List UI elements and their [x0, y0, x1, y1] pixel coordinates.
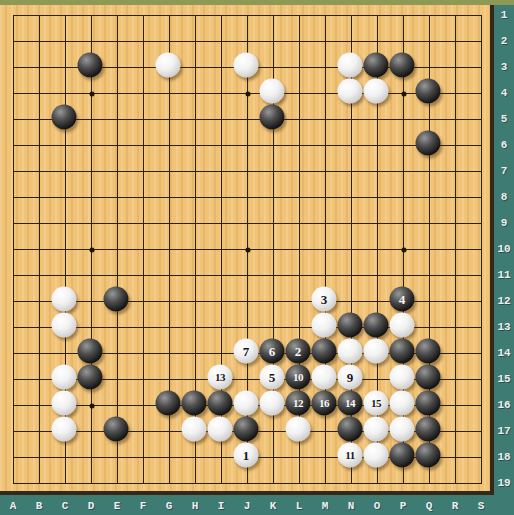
stone-O16[interactable]: 15	[364, 391, 389, 416]
column-label-Q: Q	[426, 500, 433, 512]
stone-I15[interactable]: 13	[208, 365, 233, 390]
stone-L15[interactable]: 10	[286, 365, 311, 390]
stone-O4[interactable]	[364, 79, 389, 104]
stone-P13[interactable]	[390, 313, 415, 338]
move-number: 6	[269, 345, 276, 358]
stone-N15[interactable]: 9	[338, 365, 363, 390]
stone-J3[interactable]	[234, 53, 259, 78]
stone-N14[interactable]	[338, 339, 363, 364]
stone-L14[interactable]: 2	[286, 339, 311, 364]
column-label-N: N	[348, 500, 355, 512]
stone-M16[interactable]: 16	[312, 391, 337, 416]
stone-G16[interactable]	[156, 391, 181, 416]
stone-D3[interactable]	[78, 53, 103, 78]
grid-line-vertical	[481, 15, 482, 484]
stone-G3[interactable]	[156, 53, 181, 78]
stone-Q17[interactable]	[416, 417, 441, 442]
column-label-J: J	[244, 500, 251, 512]
stone-K5[interactable]	[260, 105, 285, 130]
stone-O13[interactable]	[364, 313, 389, 338]
grid-line-horizontal	[13, 483, 482, 484]
move-number: 4	[399, 293, 406, 306]
column-label-P: P	[400, 500, 407, 512]
stone-J18[interactable]: 1	[234, 443, 259, 468]
star-point-D4	[89, 91, 94, 96]
stone-I16[interactable]	[208, 391, 233, 416]
row-label-4: 4	[501, 87, 508, 99]
stone-D14[interactable]	[78, 339, 103, 364]
row-label-1: 1	[501, 9, 508, 21]
stone-L17[interactable]	[286, 417, 311, 442]
stone-P12[interactable]: 4	[390, 287, 415, 312]
grid-line-horizontal	[13, 275, 482, 276]
move-number: 15	[371, 398, 381, 409]
row-label-11: 11	[497, 269, 510, 281]
column-label-L: L	[296, 500, 303, 512]
stone-N18[interactable]: 11	[338, 443, 363, 468]
star-point-J4	[245, 91, 250, 96]
row-label-17: 17	[497, 425, 510, 437]
column-label-M: M	[322, 500, 329, 512]
star-point-D10	[89, 247, 94, 252]
column-label-D: D	[88, 500, 95, 512]
stone-K14[interactable]: 6	[260, 339, 285, 364]
stone-P18[interactable]	[390, 443, 415, 468]
column-label-H: H	[192, 500, 199, 512]
stone-M12[interactable]: 3	[312, 287, 337, 312]
grid-line-vertical	[455, 15, 456, 484]
move-number: 5	[269, 371, 276, 384]
stone-H17[interactable]	[182, 417, 207, 442]
stone-Q4[interactable]	[416, 79, 441, 104]
stone-N16[interactable]: 14	[338, 391, 363, 416]
row-label-16: 16	[497, 399, 510, 411]
stone-K16[interactable]	[260, 391, 285, 416]
stone-D15[interactable]	[78, 365, 103, 390]
stone-C17[interactable]	[52, 417, 77, 442]
stone-Q6[interactable]	[416, 131, 441, 156]
stone-Q16[interactable]	[416, 391, 441, 416]
stone-C12[interactable]	[52, 287, 77, 312]
star-point-D16	[89, 403, 94, 408]
column-label-R: R	[452, 500, 459, 512]
move-number: 2	[295, 345, 302, 358]
move-number: 3	[321, 293, 328, 306]
stone-M13[interactable]	[312, 313, 337, 338]
stone-P14[interactable]	[390, 339, 415, 364]
stone-E12[interactable]	[104, 287, 129, 312]
move-number: 11	[345, 450, 354, 461]
column-label-A: A	[10, 500, 17, 512]
stone-P16[interactable]	[390, 391, 415, 416]
row-label-9: 9	[501, 217, 508, 229]
move-number: 1	[243, 449, 250, 462]
move-number: 7	[243, 345, 250, 358]
stone-M15[interactable]	[312, 365, 337, 390]
column-label-G: G	[166, 500, 173, 512]
stone-M14[interactable]	[312, 339, 337, 364]
stone-E17[interactable]	[104, 417, 129, 442]
star-point-J10	[245, 247, 250, 252]
column-label-B: B	[36, 500, 43, 512]
row-label-6: 6	[501, 139, 508, 151]
stone-O3[interactable]	[364, 53, 389, 78]
stone-N4[interactable]	[338, 79, 363, 104]
move-number: 16	[319, 398, 329, 409]
stone-Q15[interactable]	[416, 365, 441, 390]
row-label-3: 3	[501, 61, 508, 73]
stone-J14[interactable]: 7	[234, 339, 259, 364]
row-label-18: 18	[497, 451, 510, 463]
stone-N17[interactable]	[338, 417, 363, 442]
stone-O14[interactable]	[364, 339, 389, 364]
move-number: 13	[215, 372, 225, 383]
move-number: 14	[345, 398, 355, 409]
stone-N3[interactable]	[338, 53, 363, 78]
column-label-C: C	[62, 500, 69, 512]
stone-Q18[interactable]	[416, 443, 441, 468]
row-label-2: 2	[501, 35, 508, 47]
stone-J17[interactable]	[234, 417, 259, 442]
column-label-S: S	[478, 500, 485, 512]
row-label-8: 8	[501, 191, 508, 203]
stone-C13[interactable]	[52, 313, 77, 338]
stone-O17[interactable]	[364, 417, 389, 442]
stone-P15[interactable]	[390, 365, 415, 390]
move-number: 10	[293, 372, 303, 383]
move-number: 12	[293, 398, 303, 409]
stone-N13[interactable]	[338, 313, 363, 338]
column-label-O: O	[374, 500, 381, 512]
stone-C16[interactable]	[52, 391, 77, 416]
stone-C15[interactable]	[52, 365, 77, 390]
column-label-E: E	[114, 500, 121, 512]
row-label-5: 5	[501, 113, 508, 125]
column-label-K: K	[270, 500, 277, 512]
column-label-F: F	[140, 500, 147, 512]
go-app-window: 3476213510912161415111 ABCDEFGHIJKLMNOPQ…	[0, 0, 514, 515]
row-label-13: 13	[497, 321, 510, 333]
stone-K4[interactable]	[260, 79, 285, 104]
move-number: 9	[347, 371, 354, 384]
stone-O18[interactable]	[364, 443, 389, 468]
star-point-P4	[401, 91, 406, 96]
row-label-12: 12	[497, 295, 510, 307]
row-label-19: 19	[497, 477, 510, 489]
row-label-7: 7	[501, 165, 508, 177]
row-label-15: 15	[497, 373, 510, 385]
column-label-I: I	[218, 500, 225, 512]
stone-J16[interactable]	[234, 391, 259, 416]
stone-L16[interactable]: 12	[286, 391, 311, 416]
row-label-14: 14	[497, 347, 510, 359]
star-point-P10	[401, 247, 406, 252]
stone-Q14[interactable]	[416, 339, 441, 364]
stone-P3[interactable]	[390, 53, 415, 78]
stone-C5[interactable]	[52, 105, 77, 130]
stone-H16[interactable]	[182, 391, 207, 416]
row-label-10: 10	[497, 243, 510, 255]
stone-P17[interactable]	[390, 417, 415, 442]
stone-K15[interactable]: 5	[260, 365, 285, 390]
stone-I17[interactable]	[208, 417, 233, 442]
